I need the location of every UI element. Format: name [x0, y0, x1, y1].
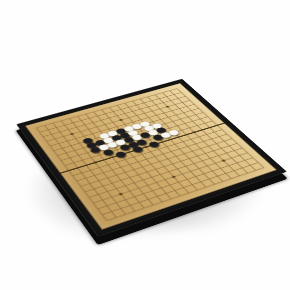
product-photo: ●●●●●●●●●●●●●●●●●●●●●●●●●●●●●●●●●●	[0, 0, 290, 290]
black-stone[interactable]: ●	[146, 140, 162, 149]
black-stone[interactable]: ●	[130, 145, 146, 154]
black-stone[interactable]: ●	[100, 148, 116, 158]
black-stone[interactable]: ●	[113, 150, 129, 160]
